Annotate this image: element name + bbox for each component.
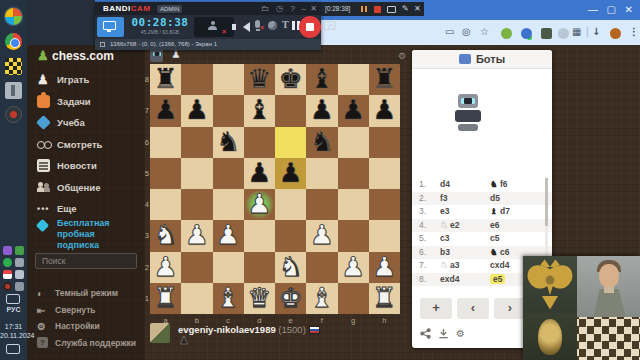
sidebar-item-7[interactable]: Еще — [37, 202, 142, 218]
white-move[interactable]: f3 — [440, 192, 448, 206]
wall-chessboard — [577, 317, 640, 360]
recorder-app-icon[interactable] — [5, 106, 22, 123]
stop-recording-button[interactable] — [299, 16, 321, 38]
black-pawn[interactable]: ♟ — [150, 94, 181, 126]
square-g4[interactable] — [338, 189, 369, 220]
move-number: 7. — [419, 259, 426, 273]
square-e6[interactable] — [275, 127, 306, 158]
rank-label-1: 1 — [143, 294, 149, 303]
move-number: 6. — [419, 246, 426, 260]
square-a3[interactable]: ♞ — [150, 220, 181, 251]
white-move[interactable]: e3 — [440, 205, 449, 219]
webcam-overlay — [523, 256, 640, 360]
pause-icon[interactable] — [292, 21, 295, 30]
square-c5[interactable] — [213, 158, 244, 189]
white-move[interactable]: exd4 — [440, 273, 459, 287]
square-g8[interactable] — [338, 64, 369, 95]
recording-storage: 45.2MB / 93.8GB — [129, 29, 191, 35]
black-bishop[interactable]: ♝ — [306, 63, 337, 95]
minibar-record-icon[interactable] — [374, 6, 381, 13]
text-overlay-icon[interactable]: T — [282, 19, 289, 30]
footer-item-label: Свернуть — [55, 304, 96, 317]
black-pawn[interactable]: ♟ — [369, 94, 400, 126]
square-e3[interactable] — [275, 220, 306, 251]
add-button[interactable]: + — [420, 298, 452, 319]
board-settings-gear-icon[interactable]: ⚙ — [398, 51, 406, 61]
extension-icon-2[interactable] — [521, 28, 532, 39]
bot-header-icon — [459, 54, 471, 64]
square-a4[interactable] — [150, 189, 181, 220]
bandicam-mini-bar: [0:28:38] ✎ ✕ — [321, 2, 424, 16]
square-c3[interactable]: ♟ — [213, 220, 244, 251]
double-headed-eagle-icon — [523, 256, 577, 313]
free-trial-link[interactable]: Бесплатная пробная подписка — [57, 218, 137, 251]
captured-black-pawn: ♟ — [179, 334, 189, 347]
movelist-scrollbar-thumb[interactable] — [545, 178, 548, 226]
square-f3[interactable]: ♟ — [306, 220, 337, 251]
microphone-muted-icon[interactable]: × — [255, 20, 260, 28]
news-icon — [37, 159, 50, 172]
black-move[interactable]: cxd4 — [490, 259, 509, 273]
square-b6[interactable] — [181, 127, 212, 158]
download-icon[interactable] — [438, 328, 449, 339]
footer-item-2[interactable]: ⇤Свернуть — [37, 304, 142, 318]
square-c7[interactable] — [213, 95, 244, 126]
tray-pen-icon[interactable] — [3, 246, 12, 255]
square-a2[interactable]: ♟ — [150, 252, 181, 283]
square-g2[interactable]: ♟ — [338, 252, 369, 283]
black-pawn[interactable]: ♟ — [181, 94, 212, 126]
sidebar-item-6[interactable]: Общение — [37, 181, 142, 197]
sidebar-item-label: Новости — [57, 159, 97, 173]
bandicam-clock-icon[interactable]: ◷ — [276, 4, 283, 13]
bookmark-star-icon[interactable]: ☆ — [480, 26, 489, 37]
white-pawn[interactable]: ♟ — [181, 219, 212, 251]
sidebar-item-3[interactable]: Учеба — [37, 116, 142, 132]
sidebar-item-5[interactable]: Новости — [37, 159, 142, 175]
rank-label-2: 2 — [143, 263, 149, 272]
square-b1[interactable] — [181, 283, 212, 314]
white-pawn[interactable]: ♟ — [213, 219, 244, 251]
chess-board[interactable]: ♜♛♚♝♜♟♟♝♟♟♟♞♞♟♟♟♞♟♟♟♟♞♟♟♜♝♛♚♝♜ — [150, 64, 400, 314]
tray-camera-icon[interactable] — [15, 282, 24, 291]
square-f2[interactable] — [306, 252, 337, 283]
black-pawn[interactable]: ♟ — [338, 94, 369, 126]
square-g6[interactable] — [338, 127, 369, 158]
more-icon — [37, 202, 50, 215]
black-pawn[interactable]: ♟ — [244, 157, 275, 189]
bandicam-resolution-bar[interactable]: 1366x768 - (0, 0), (1366, 768) - Экран 1… — [95, 39, 321, 50]
white-pawn[interactable]: ♟ — [338, 251, 369, 283]
resolution-chevron-icon[interactable]: ⌄ — [110, 39, 316, 50]
chess-app-icon[interactable] — [5, 58, 22, 75]
move-number: 1. — [419, 178, 426, 192]
tray-status-icon[interactable] — [3, 258, 12, 267]
square-h7[interactable]: ♟ — [369, 95, 400, 126]
black-pawn[interactable]: ♟ — [306, 94, 337, 126]
minibar-timer: [0:28:38] — [325, 2, 350, 16]
tray-speaker-icon[interactable] — [15, 270, 24, 279]
black-move[interactable]: c5 — [490, 232, 499, 246]
square-a6[interactable] — [150, 127, 181, 158]
rank-label-7: 7 — [143, 106, 149, 115]
white-rook[interactable]: ♜ — [150, 282, 181, 314]
sidebar-item-2[interactable]: Задачи — [37, 95, 142, 111]
square-a7[interactable]: ♟ — [150, 95, 181, 126]
webcam-x-mark: × — [222, 28, 226, 35]
prev-move-button[interactable]: ‹ — [457, 298, 489, 319]
white-piece-glyph: ♘ — [440, 220, 448, 230]
windows-start-icon[interactable] — [5, 8, 22, 25]
square-e7[interactable] — [275, 95, 306, 126]
player-name[interactable]: evgeniy-nikolaev1989 (1500) — [178, 324, 320, 335]
bandicam-logo: BANDICAM — [103, 4, 151, 13]
learn-icon — [36, 115, 51, 130]
browser-tab-inactive[interactable] — [27, 0, 95, 45]
player-rating: (1500) — [278, 324, 305, 335]
square-d1[interactable]: ♛ — [244, 283, 275, 314]
square-f7[interactable]: ♟ — [306, 95, 337, 126]
send-to-device-icon[interactable]: ▭ — [445, 26, 454, 37]
sidebar-item-label: Учеба — [57, 116, 85, 130]
square-f5[interactable] — [306, 158, 337, 189]
player-avatar[interactable] — [150, 323, 170, 343]
black-move[interactable]: ♞ f6 — [490, 178, 508, 192]
white-piece-glyph: ♘ — [440, 260, 448, 270]
move-row-3: 3.e3♝ d7 — [412, 205, 552, 219]
square-c1[interactable]: ♝ — [213, 283, 244, 314]
square-b5[interactable] — [181, 158, 212, 189]
extension-icon-4[interactable] — [558, 28, 569, 39]
footer-item-label: Темный режим — [55, 287, 118, 300]
coat-of-arms-panel — [523, 256, 577, 313]
footer-item-4[interactable]: ?Служба поддержки — [37, 337, 142, 351]
square-a8[interactable]: ♜ — [150, 64, 181, 95]
bandicam-admin-badge: ADMIN — [157, 5, 182, 13]
window-close-button[interactable]: ✕ — [625, 4, 633, 16]
black-move[interactable]: ♝ d7 — [490, 205, 510, 219]
white-queen[interactable]: ♛ — [244, 282, 275, 314]
sidebar-item-label: Задачи — [57, 95, 91, 109]
tray-green-icon[interactable] — [15, 246, 24, 255]
square-c4[interactable] — [213, 189, 244, 220]
rank-label-3: 3 — [143, 231, 149, 240]
webcam-off-icon — [208, 21, 217, 30]
bandicam-window: BANDICAM ADMIN 🗀 ◷ ? – ✕ 00:28:38 45.2MB… — [95, 2, 321, 50]
white-bishop[interactable]: ♝ — [213, 282, 244, 314]
square-d2[interactable] — [244, 252, 275, 283]
screenshot-camera-icon[interactable] — [324, 21, 336, 30]
white-pawn[interactable]: ♟ — [369, 251, 400, 283]
square-d8[interactable]: ♛ — [244, 64, 275, 95]
white-pawn[interactable]: ♟ — [150, 251, 181, 283]
next-move-button[interactable]: › — [494, 298, 526, 319]
chrome-icon[interactable] — [5, 33, 22, 50]
webcam-person — [577, 256, 640, 317]
sidebar-item-4[interactable]: Смотреть — [37, 138, 142, 154]
sidebar-item-1[interactable]: Играть — [37, 73, 142, 89]
bandicam-folder-icon[interactable]: 🗀 — [261, 4, 269, 13]
sidebar-item-label: Общение — [57, 181, 100, 195]
move-number: 8. — [419, 273, 426, 287]
black-knight[interactable]: ♞ — [306, 126, 337, 158]
square-g3[interactable] — [338, 220, 369, 251]
square-d4[interactable]: ♟ — [244, 189, 275, 220]
notes-app-icon[interactable] — [5, 82, 22, 99]
watch-icon — [37, 138, 50, 151]
top-player-bar: ♟ — [150, 49, 350, 63]
mouse-effect-icon[interactable] — [268, 21, 277, 30]
white-move[interactable]: d4 — [440, 178, 450, 192]
extensions-puzzle-icon[interactable]: ▦ — [572, 26, 581, 37]
square-d5[interactable]: ♟ — [244, 158, 275, 189]
bandicam-help-icon[interactable]: ? — [291, 4, 295, 13]
medal-panel — [523, 313, 577, 360]
social-icon — [37, 181, 50, 194]
square-h3[interactable] — [369, 220, 400, 251]
square-g7[interactable]: ♟ — [338, 95, 369, 126]
black-move[interactable]: e6 — [490, 219, 499, 233]
bot-avatar-large — [454, 94, 482, 132]
square-d6[interactable] — [244, 127, 275, 158]
sidebar-item-label: Играть — [57, 73, 89, 87]
diamond-icon — [36, 219, 49, 232]
move-row-5: 5.c3c5 — [412, 232, 552, 246]
square-f1[interactable]: ♝ — [306, 283, 337, 314]
square-b8[interactable] — [181, 64, 212, 95]
move-row-4: 4.♘ e2e6 — [412, 219, 552, 233]
sidebar: ♟ chess.com ИгратьЗадачиУчебаСмотретьНов… — [27, 45, 145, 360]
minibar-close-icon[interactable]: ✕ — [414, 2, 421, 16]
square-d3[interactable] — [244, 220, 275, 251]
extension-icon-3[interactable] — [541, 28, 552, 39]
black-piece-glyph: ♞ — [490, 247, 498, 257]
tray-record-icon[interactable] — [3, 282, 12, 291]
puzzles-icon — [37, 95, 50, 108]
square-h2[interactable]: ♟ — [369, 252, 400, 283]
os-taskbar: РУС 17:31 20.11.2024 — [0, 0, 27, 360]
black-knight[interactable]: ♞ — [213, 126, 244, 158]
square-g1[interactable] — [338, 283, 369, 314]
square-b2[interactable] — [181, 252, 212, 283]
resolution-checkbox[interactable] — [100, 42, 105, 47]
move-number: 3. — [419, 205, 426, 219]
window-maximize-button[interactable]: ▢ — [607, 4, 616, 16]
square-f6[interactable]: ♞ — [306, 127, 337, 158]
black-move[interactable]: d5 — [490, 192, 500, 206]
move-row-1: 1.d4♞ f6 — [412, 178, 552, 192]
black-king[interactable]: ♚ — [275, 63, 306, 95]
footer-item-label: Настройки — [55, 320, 100, 333]
monitor-icon — [103, 21, 116, 30]
black-piece-glyph: ♝ — [490, 206, 498, 216]
taskbar-time: 17:31 — [0, 322, 27, 331]
black-move[interactable]: e5 — [490, 273, 505, 287]
white-rook[interactable]: ♜ — [369, 282, 400, 314]
share-icon[interactable] — [420, 328, 431, 339]
bot-avatar[interactable] — [150, 49, 163, 62]
black-move[interactable]: ♞ c6 — [490, 246, 509, 260]
black-pawn[interactable]: ♟ — [275, 157, 306, 189]
collapse-icon: ⇤ — [37, 304, 48, 315]
square-c6[interactable]: ♞ — [213, 127, 244, 158]
square-c2[interactable] — [213, 252, 244, 283]
settings-icon: ⚙ — [37, 320, 48, 331]
logo-pawn-icon: ♟ — [37, 48, 49, 63]
search-input[interactable]: Поиск — [35, 253, 137, 269]
play-pawn-icon — [37, 73, 50, 86]
black-queen[interactable]: ♛ — [244, 63, 275, 95]
square-a5[interactable] — [150, 158, 181, 189]
support-icon: ? — [37, 337, 48, 348]
footer-item-label: Служба поддержки — [55, 337, 136, 350]
footer-item-1[interactable]: ◐Темный режим — [37, 287, 142, 301]
white-move[interactable]: b3 — [440, 246, 450, 260]
rank-label-6: 6 — [143, 138, 149, 147]
recording-timer: 00:28:38 — [129, 16, 191, 29]
minibar-pencil-icon[interactable]: ✎ — [402, 2, 409, 16]
extension-icon-1[interactable] — [501, 28, 512, 39]
rank-label-5: 5 — [143, 169, 149, 178]
square-f4[interactable] — [306, 189, 337, 220]
reading-mode-icon[interactable]: ◎ — [462, 26, 471, 37]
black-bishop[interactable]: ♝ — [244, 94, 275, 126]
square-e8[interactable]: ♚ — [275, 64, 306, 95]
square-b7[interactable]: ♟ — [181, 95, 212, 126]
taskbar-date: 20.11.2024 — [0, 331, 27, 340]
square-e1[interactable]: ♚ — [275, 283, 306, 314]
bottom-player-bar: evgeniy-nikolaev1989 (1500) ♟ — [150, 321, 400, 351]
black-rook[interactable]: ♜ — [369, 63, 400, 95]
square-h1[interactable]: ♜ — [369, 283, 400, 314]
black-piece-glyph: ♞ — [490, 179, 498, 189]
toolbar-divider: | — [586, 26, 589, 37]
bandicam-controls-row: 00:28:38 45.2MB / 93.8GB × × T — [95, 15, 321, 39]
sidebar-item-label: Смотреть — [57, 138, 102, 152]
tray-monitor-icon[interactable] — [6, 294, 20, 304]
square-g5[interactable] — [338, 158, 369, 189]
white-pawn[interactable]: ♟ — [306, 219, 337, 251]
minibar-camera-icon[interactable] — [387, 6, 396, 13]
square-e5[interactable]: ♟ — [275, 158, 306, 189]
white-move[interactable]: c3 — [440, 232, 449, 246]
square-c8[interactable] — [213, 64, 244, 95]
footer-item-3[interactable]: ⚙Настройки — [37, 320, 142, 334]
white-pawn[interactable]: ♟ — [244, 188, 275, 220]
panel-header: Боты — [412, 50, 552, 69]
screen-recording-mode-button[interactable] — [97, 17, 124, 37]
sidebar-item-label: Еще — [57, 202, 77, 216]
white-move[interactable]: ♘ e2 — [440, 219, 459, 233]
downloads-icon[interactable]: ⭣ — [594, 26, 599, 38]
square-h8[interactable]: ♜ — [369, 64, 400, 95]
tray-signal-icon[interactable] — [15, 258, 24, 267]
profile-avatar[interactable] — [610, 28, 621, 39]
bandicam-close-icon[interactable]: ✕ — [310, 4, 317, 13]
black-rook[interactable]: ♜ — [150, 63, 181, 95]
moon-icon: ◐ — [37, 287, 48, 298]
chesscom-logo[interactable]: ♟ chess.com — [37, 48, 114, 63]
bandicam-title-bar[interactable]: BANDICAM ADMIN 🗀 ◷ ? – ✕ — [95, 2, 321, 15]
white-move[interactable]: ♘ a3 — [440, 259, 459, 273]
move-row-2: 2.f3d5 — [412, 192, 552, 206]
square-d7[interactable]: ♝ — [244, 95, 275, 126]
square-h4[interactable] — [369, 189, 400, 220]
browser-menu-icon[interactable]: ⋮ — [629, 26, 639, 37]
medal-icon — [538, 319, 562, 355]
window-minimize-button[interactable]: — — [588, 4, 598, 16]
square-b4[interactable] — [181, 189, 212, 220]
russia-flag-icon — [309, 326, 320, 334]
move-number: 2. — [419, 192, 426, 206]
move-number: 4. — [419, 219, 426, 233]
rank-label-8: 8 — [143, 75, 149, 84]
minibar-pause-icon[interactable] — [361, 6, 363, 12]
square-h5[interactable] — [369, 158, 400, 189]
speaker-icon[interactable] — [243, 22, 250, 32]
tray-red-icon[interactable] — [3, 270, 12, 279]
square-b3[interactable]: ♟ — [181, 220, 212, 251]
panel-settings-gear-icon[interactable]: ⚙ — [456, 328, 465, 339]
square-f8[interactable]: ♝ — [306, 64, 337, 95]
white-knight[interactable]: ♞ — [275, 251, 306, 283]
white-bishop[interactable]: ♝ — [306, 282, 337, 314]
taskbar-clock: 17:31 20.11.2024 — [0, 322, 27, 340]
show-desktop-icon[interactable] — [6, 344, 20, 354]
white-king[interactable]: ♚ — [275, 282, 306, 314]
webcam-preview-button[interactable]: × — [194, 17, 234, 37]
square-h6[interactable] — [369, 127, 400, 158]
bandicam-minimize-icon[interactable]: – — [302, 4, 306, 13]
square-e4[interactable] — [275, 189, 306, 220]
white-knight[interactable]: ♞ — [150, 219, 181, 251]
language-indicator[interactable]: РУС — [0, 306, 27, 313]
move-number: 5. — [419, 232, 426, 246]
rank-label-4: 4 — [143, 200, 149, 209]
square-e2[interactable]: ♞ — [275, 252, 306, 283]
square-a1[interactable]: ♜ — [150, 283, 181, 314]
